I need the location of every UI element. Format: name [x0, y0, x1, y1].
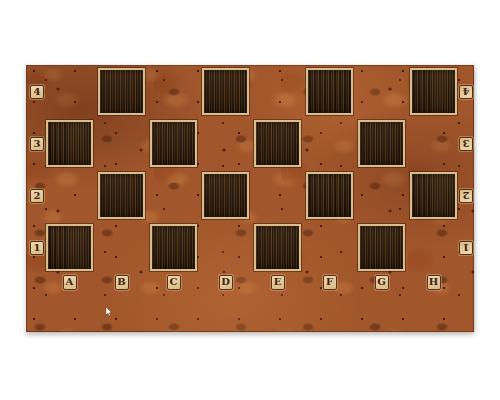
square-h2[interactable] [410, 172, 457, 219]
square-a3[interactable] [46, 120, 93, 167]
square-e4[interactable] [254, 68, 301, 115]
square-d3[interactable] [202, 120, 249, 167]
square-c2[interactable] [150, 172, 197, 219]
square-e3[interactable] [254, 120, 301, 167]
rank-right-label-1: 1 [459, 241, 473, 255]
square-e2[interactable] [254, 172, 301, 219]
square-d4[interactable] [202, 68, 249, 115]
file-label-c: C [167, 275, 181, 290]
square-c3[interactable] [150, 120, 197, 167]
rank-left-label-1: 1 [30, 241, 44, 255]
square-a2[interactable] [46, 172, 93, 219]
square-d1[interactable] [202, 224, 249, 271]
rank-left-label-3: 3 [30, 137, 44, 151]
mouse-cursor [106, 307, 112, 316]
square-a1[interactable] [46, 224, 93, 271]
square-e1[interactable] [254, 224, 301, 271]
rank-right-label-4: 4 [459, 85, 473, 99]
square-b2[interactable] [98, 172, 145, 219]
square-c1[interactable] [150, 224, 197, 271]
square-h4[interactable] [410, 68, 457, 115]
rank-left-label-4: 4 [30, 85, 44, 99]
file-label-h: H [427, 275, 441, 290]
square-c4[interactable] [150, 68, 197, 115]
square-b1[interactable] [98, 224, 145, 271]
rank-labels-left: 4321 [29, 68, 45, 271]
square-f3[interactable] [306, 120, 353, 167]
square-f4[interactable] [306, 68, 353, 115]
squares-grid [46, 68, 457, 271]
file-labels: ABCDEFGH [46, 274, 457, 290]
file-label-f: F [323, 275, 337, 290]
square-g2[interactable] [358, 172, 405, 219]
file-label-g: G [375, 275, 389, 290]
rank-labels-right: 4321 [458, 68, 474, 271]
square-d2[interactable] [202, 172, 249, 219]
rank-right-label-2: 2 [459, 189, 473, 203]
square-g1[interactable] [358, 224, 405, 271]
file-label-b: B [115, 275, 129, 290]
square-f2[interactable] [306, 172, 353, 219]
file-label-d: D [219, 275, 233, 290]
chessboard: 4321 4321 ABCDEFGH [26, 65, 474, 332]
square-b4[interactable] [98, 68, 145, 115]
photo-background: 4321 4321 ABCDEFGH [0, 0, 500, 400]
square-f1[interactable] [306, 224, 353, 271]
square-g3[interactable] [358, 120, 405, 167]
file-label-e: E [271, 275, 285, 290]
square-h3[interactable] [410, 120, 457, 167]
square-g4[interactable] [358, 68, 405, 115]
square-h1[interactable] [410, 224, 457, 271]
square-a4[interactable] [46, 68, 93, 115]
file-label-a: A [63, 275, 77, 290]
rank-right-label-3: 3 [459, 137, 473, 151]
rank-left-label-2: 2 [30, 189, 44, 203]
square-b3[interactable] [98, 120, 145, 167]
